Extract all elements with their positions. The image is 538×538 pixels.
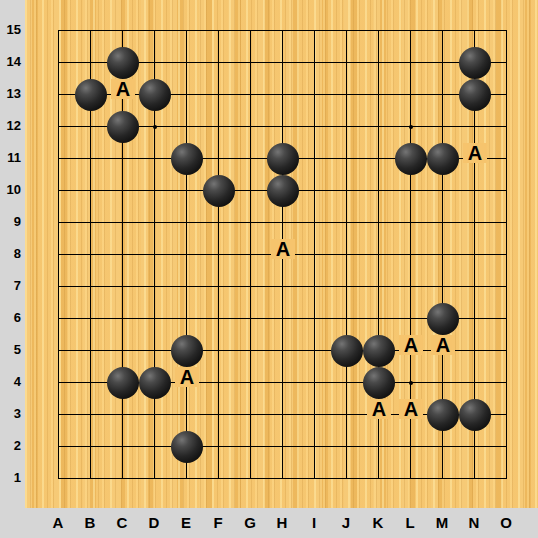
column-label-H: H <box>271 515 293 531</box>
row-label-14: 14 <box>0 54 21 70</box>
column-labels-gutter: ABCDEFGHIJKLMNO <box>0 508 538 538</box>
star-point-L4 <box>409 381 413 385</box>
row-label-4: 4 <box>0 374 21 390</box>
column-label-E: E <box>175 515 197 531</box>
black-stone-D4 <box>139 367 171 399</box>
black-stone-E2 <box>171 431 203 463</box>
black-stone-L11 <box>395 143 427 175</box>
black-stone-C4 <box>107 367 139 399</box>
black-stone-J5 <box>331 335 363 367</box>
goban-diagram: AAAAAAAA 151413121110987654321 ABCDEFGHI… <box>0 0 538 538</box>
black-stone-H10 <box>267 175 299 207</box>
row-labels-gutter: 151413121110987654321 <box>0 0 25 508</box>
row-label-6: 6 <box>0 310 21 326</box>
mark-A-M5[interactable]: A <box>431 335 455 355</box>
black-stone-E11 <box>171 143 203 175</box>
mark-A-H8[interactable]: A <box>271 239 295 259</box>
black-stone-F10 <box>203 175 235 207</box>
column-label-M: M <box>431 515 453 531</box>
black-stone-B13 <box>75 79 107 111</box>
column-label-O: O <box>495 515 517 531</box>
row-label-2: 2 <box>0 438 21 454</box>
mark-A-K3[interactable]: A <box>367 399 391 419</box>
column-label-A: A <box>47 515 69 531</box>
row-label-12: 12 <box>0 118 21 134</box>
star-point-D12 <box>153 125 157 129</box>
black-stone-D13 <box>139 79 171 111</box>
column-label-K: K <box>367 515 389 531</box>
row-label-5: 5 <box>0 342 21 358</box>
black-stone-M6 <box>427 303 459 335</box>
black-stone-N14 <box>459 47 491 79</box>
black-stone-M11 <box>427 143 459 175</box>
black-stone-N13 <box>459 79 491 111</box>
mark-A-C13[interactable]: A <box>111 79 135 99</box>
column-label-G: G <box>239 515 261 531</box>
row-label-13: 13 <box>0 86 21 102</box>
column-label-N: N <box>463 515 485 531</box>
black-stone-M3 <box>427 399 459 431</box>
black-stone-K4 <box>363 367 395 399</box>
star-point-L12 <box>409 125 413 129</box>
go-board[interactable]: AAAAAAAA <box>25 0 538 508</box>
column-label-I: I <box>303 515 325 531</box>
row-label-11: 11 <box>0 150 21 166</box>
column-label-L: L <box>399 515 421 531</box>
column-label-C: C <box>111 515 133 531</box>
mark-A-E4[interactable]: A <box>175 367 199 387</box>
column-label-J: J <box>335 515 357 531</box>
column-label-D: D <box>143 515 165 531</box>
row-label-1: 1 <box>0 470 21 486</box>
mark-A-L3[interactable]: A <box>399 399 423 419</box>
mark-A-N11[interactable]: A <box>463 143 487 163</box>
column-label-B: B <box>79 515 101 531</box>
row-label-8: 8 <box>0 246 21 262</box>
black-stone-C14 <box>107 47 139 79</box>
row-label-10: 10 <box>0 182 21 198</box>
row-label-3: 3 <box>0 406 21 422</box>
black-stone-H11 <box>267 143 299 175</box>
row-label-7: 7 <box>0 278 21 294</box>
black-stone-E5 <box>171 335 203 367</box>
black-stone-K5 <box>363 335 395 367</box>
black-stone-C12 <box>107 111 139 143</box>
mark-A-L5[interactable]: A <box>399 335 423 355</box>
black-stone-N3 <box>459 399 491 431</box>
row-label-9: 9 <box>0 214 21 230</box>
row-label-15: 15 <box>0 22 21 38</box>
column-label-F: F <box>207 515 229 531</box>
